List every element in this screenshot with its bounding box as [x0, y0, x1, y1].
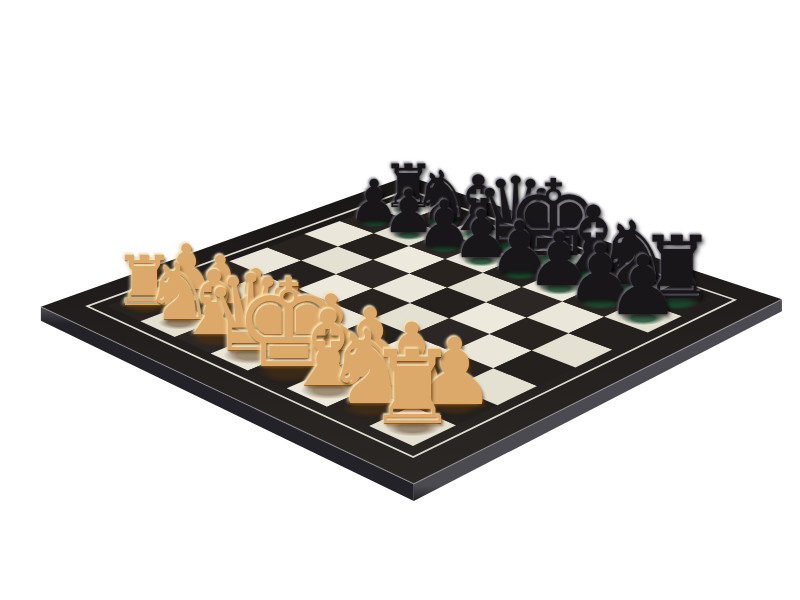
- black-pawn-glyph: ♟: [606, 238, 680, 333]
- piece-white-rook-h1[interactable]: ♜: [367, 337, 458, 439]
- chess-set-photo: ♜♞♝♛♚♝♞♜♟♟♟♟♟♟♟♟♟♟♟♟♟♟♟♟♜♞♝♛♚♝♞♜: [0, 0, 800, 600]
- white-rook-glyph: ♜: [367, 328, 458, 447]
- piece-black-pawn-h7[interactable]: ♟: [606, 245, 680, 327]
